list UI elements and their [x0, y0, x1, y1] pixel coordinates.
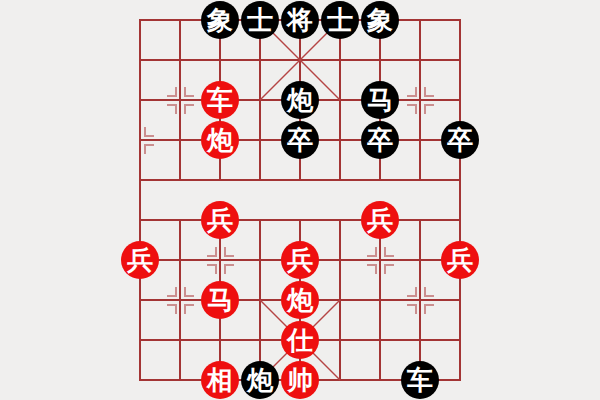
- piece-black-general[interactable]: 将: [281, 1, 319, 39]
- piece-red-soldier[interactable]: 兵: [441, 241, 479, 279]
- piece-red-cannon[interactable]: 炮: [281, 281, 319, 319]
- piece-red-soldier[interactable]: 兵: [281, 241, 319, 279]
- piece-red-elephant[interactable]: 相: [201, 361, 239, 399]
- piece-black-soldier[interactable]: 卒: [281, 121, 319, 159]
- piece-black-cannon[interactable]: 炮: [281, 81, 319, 119]
- piece-red-horse[interactable]: 马: [201, 281, 239, 319]
- piece-black-elephant[interactable]: 象: [201, 1, 239, 39]
- piece-black-chariot[interactable]: 车: [401, 361, 439, 399]
- xiangqi-board[interactable]: 象士将士象车炮马炮卒卒卒兵兵兵兵兵马炮仕相炮帅车: [0, 0, 600, 400]
- piece-red-cannon[interactable]: 炮: [201, 121, 239, 159]
- piece-black-cannon[interactable]: 炮: [241, 361, 279, 399]
- piece-black-soldier[interactable]: 卒: [361, 121, 399, 159]
- piece-red-general[interactable]: 帅: [281, 361, 319, 399]
- piece-red-soldier[interactable]: 兵: [121, 241, 159, 279]
- pieces-layer: 象士将士象车炮马炮卒卒卒兵兵兵兵兵马炮仕相炮帅车: [0, 0, 600, 400]
- piece-black-horse[interactable]: 马: [361, 81, 399, 119]
- piece-black-elephant[interactable]: 象: [361, 1, 399, 39]
- piece-red-chariot[interactable]: 车: [201, 81, 239, 119]
- piece-red-advisor[interactable]: 仕: [281, 321, 319, 359]
- piece-red-soldier[interactable]: 兵: [361, 201, 399, 239]
- screenshot-root: 象士将士象车炮马炮卒卒卒兵兵兵兵兵马炮仕相炮帅车: [0, 0, 600, 400]
- piece-black-soldier[interactable]: 卒: [441, 121, 479, 159]
- piece-black-advisor[interactable]: 士: [241, 1, 279, 39]
- piece-red-soldier[interactable]: 兵: [201, 201, 239, 239]
- piece-black-advisor[interactable]: 士: [321, 1, 359, 39]
